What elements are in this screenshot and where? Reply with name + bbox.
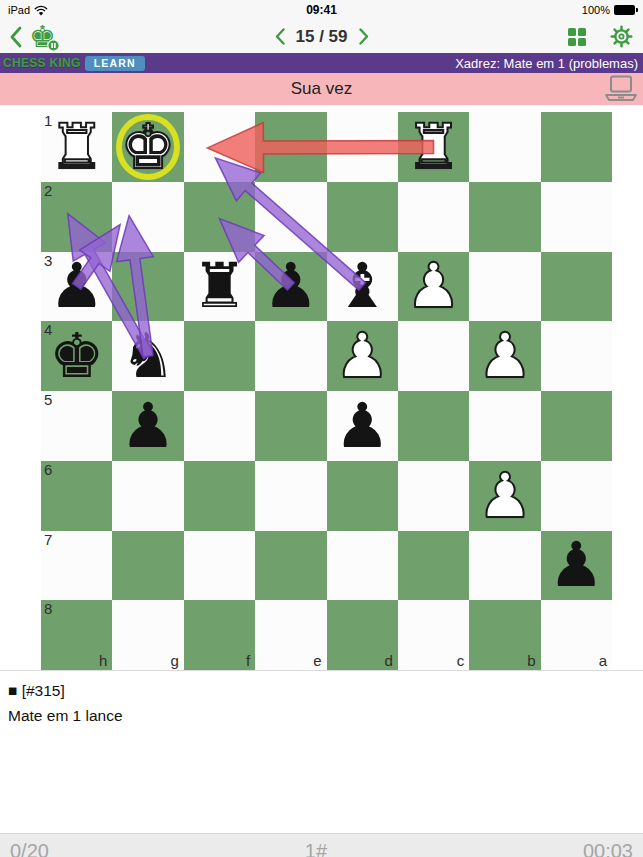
black-pawn[interactable]: ♟ — [112, 391, 183, 461]
white-pawn[interactable]: ♟ — [327, 321, 398, 391]
square-d8[interactable]: d — [327, 600, 398, 670]
file-label: g — [170, 652, 178, 669]
turn-text: Sua vez — [291, 79, 352, 99]
square-d4[interactable]: ♟ — [327, 321, 398, 391]
course-title: Xadrez: Mate em 1 (problemas) — [455, 56, 643, 71]
square-b8[interactable]: b — [469, 600, 540, 670]
rank-label: 3 — [44, 252, 52, 269]
file-label: b — [527, 652, 535, 669]
square-h1[interactable]: 1♜ — [41, 112, 112, 182]
square-f2[interactable] — [184, 182, 255, 252]
square-f1[interactable] — [184, 112, 255, 182]
black-pawn[interactable]: ♟ — [327, 391, 398, 461]
file-label: d — [385, 652, 393, 669]
square-h8[interactable]: 8h — [41, 600, 112, 670]
file-label: h — [99, 652, 107, 669]
square-h6[interactable]: 6 — [41, 461, 112, 531]
square-c1[interactable]: ♜ — [398, 112, 469, 182]
square-a6[interactable] — [541, 461, 612, 531]
problem-description: Mate em 1 lance — [8, 707, 635, 725]
black-bishop[interactable]: ♝ — [327, 252, 398, 322]
square-a5[interactable] — [541, 391, 612, 461]
white-king[interactable]: ♚ — [112, 112, 183, 182]
square-g6[interactable] — [112, 461, 183, 531]
square-f8[interactable]: f — [184, 600, 255, 670]
square-g1[interactable]: ♚ — [112, 112, 183, 182]
square-e6[interactable] — [255, 461, 326, 531]
square-b4[interactable]: ♟ — [469, 321, 540, 391]
clock: 09:41 — [0, 3, 643, 17]
square-h5[interactable]: 5 — [41, 391, 112, 461]
rank-label: 2 — [44, 182, 52, 199]
rank-label: 8 — [44, 600, 52, 617]
square-g3[interactable] — [112, 252, 183, 322]
rank-label: 5 — [44, 391, 52, 408]
square-e3[interactable]: ♟ — [255, 252, 326, 322]
square-e7[interactable] — [255, 531, 326, 601]
square-c8[interactable]: c — [398, 600, 469, 670]
square-d6[interactable] — [327, 461, 398, 531]
square-b2[interactable] — [469, 182, 540, 252]
nav-bar: ♚ 15 / 59 — [0, 20, 643, 53]
square-d2[interactable] — [327, 182, 398, 252]
square-f6[interactable] — [184, 461, 255, 531]
next-puzzle-button[interactable] — [358, 27, 370, 46]
square-c4[interactable] — [398, 321, 469, 391]
square-b7[interactable] — [469, 531, 540, 601]
square-f4[interactable] — [184, 321, 255, 391]
learn-badge: LEARN — [85, 56, 145, 71]
square-d3[interactable]: ♝ — [327, 252, 398, 322]
turn-banner: Sua vez — [0, 73, 643, 105]
square-a8[interactable]: a — [541, 600, 612, 670]
square-e2[interactable] — [255, 182, 326, 252]
square-g2[interactable] — [112, 182, 183, 252]
square-b3[interactable] — [469, 252, 540, 322]
rank-label: 6 — [44, 461, 52, 478]
problem-info: ■ [#315] Mate em 1 lance — [0, 670, 643, 833]
status-bar: iPad 09:41 100% — [0, 0, 643, 20]
white-pawn[interactable]: ♟ — [469, 461, 540, 531]
square-f7[interactable] — [184, 531, 255, 601]
square-a7[interactable]: ♟ — [541, 531, 612, 601]
rank-label: 1 — [44, 112, 52, 129]
square-f5[interactable] — [184, 391, 255, 461]
square-c2[interactable] — [398, 182, 469, 252]
square-c7[interactable] — [398, 531, 469, 601]
square-e5[interactable] — [255, 391, 326, 461]
square-g8[interactable]: g — [112, 600, 183, 670]
square-e4[interactable] — [255, 321, 326, 391]
rank-label: 4 — [44, 321, 52, 338]
square-g5[interactable]: ♟ — [112, 391, 183, 461]
square-e8[interactable]: e — [255, 600, 326, 670]
puzzle-counter: 15 / 59 — [296, 27, 348, 47]
square-a2[interactable] — [541, 182, 612, 252]
white-rook[interactable]: ♜ — [398, 112, 469, 182]
file-label: a — [599, 652, 607, 669]
brand-bar: CHESS KING LEARN Xadrez: Mate em 1 (prob… — [0, 53, 643, 73]
square-a4[interactable] — [541, 321, 612, 391]
chess-king-logo: CHESS KING — [0, 56, 85, 70]
black-knight[interactable]: ♞ — [112, 321, 183, 391]
square-a3[interactable] — [541, 252, 612, 322]
square-g4[interactable]: ♞ — [112, 321, 183, 391]
square-b1[interactable] — [469, 112, 540, 182]
white-pawn[interactable]: ♟ — [469, 321, 540, 391]
square-h2[interactable]: 2 — [41, 182, 112, 252]
square-h3[interactable]: 3♟ — [41, 252, 112, 322]
black-pawn[interactable]: ♟ — [255, 252, 326, 322]
app-screen: iPad 09:41 100% ♚ 15 / 59 — [0, 0, 643, 857]
square-h4[interactable]: 4♚ — [41, 321, 112, 391]
white-pawn[interactable]: ♟ — [398, 252, 469, 322]
square-d7[interactable] — [327, 531, 398, 601]
square-c6[interactable] — [398, 461, 469, 531]
computer-icon[interactable] — [603, 74, 639, 108]
bottom-status-bar: 0/20 1# 00:03 — [0, 833, 643, 857]
square-a1[interactable] — [541, 112, 612, 182]
square-b5[interactable] — [469, 391, 540, 461]
square-d1[interactable] — [327, 112, 398, 182]
board-area: 1♜♚♜23♟♜♟♝♟4♚♞♟♟5♟♟6♟7♟8hgfedcba — [0, 105, 643, 670]
file-label: c — [457, 652, 465, 669]
rank-label: 7 — [44, 531, 52, 548]
black-rook[interactable]: ♜ — [184, 252, 255, 322]
score-label: 0/20 — [10, 840, 49, 857]
file-label: e — [313, 652, 321, 669]
timer-label: 00:03 — [583, 840, 633, 857]
square-c3[interactable]: ♟ — [398, 252, 469, 322]
square-c5[interactable] — [398, 391, 469, 461]
mate-indicator: 1# — [305, 840, 327, 857]
square-h7[interactable]: 7 — [41, 531, 112, 601]
file-label: f — [246, 652, 250, 669]
square-f3[interactable]: ♜ — [184, 252, 255, 322]
black-pawn[interactable]: ♟ — [541, 531, 612, 601]
prev-puzzle-button[interactable] — [274, 27, 286, 46]
square-d5[interactable]: ♟ — [327, 391, 398, 461]
square-e1[interactable] — [255, 112, 326, 182]
problem-number: ■ [#315] — [8, 682, 635, 700]
square-b6[interactable]: ♟ — [469, 461, 540, 531]
battery-icon — [614, 5, 635, 15]
square-g7[interactable] — [112, 531, 183, 601]
chess-board[interactable]: 1♜♚♜23♟♜♟♝♟4♚♞♟♟5♟♟6♟7♟8hgfedcba — [41, 112, 612, 670]
